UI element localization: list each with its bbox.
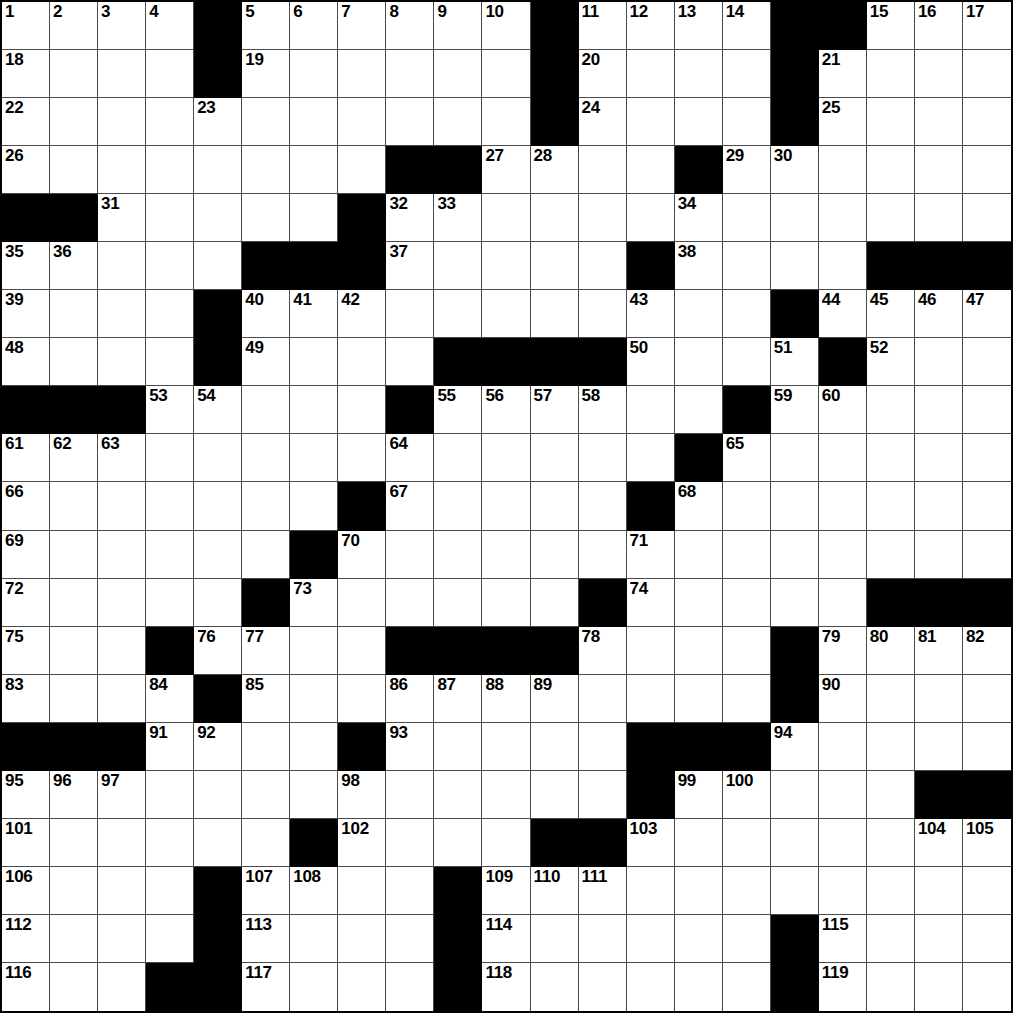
cell-r6c18[interactable] [819,242,867,290]
cell-r14c3[interactable] [98,627,146,675]
cell-r9c13[interactable]: 58 [579,386,627,434]
cell-r8c14[interactable]: 50 [627,338,675,386]
cell-r20c3[interactable] [98,915,146,963]
cell-r20c18[interactable]: 115 [819,915,867,963]
cell-r20c19[interactable] [867,915,915,963]
cell-r17c11[interactable] [482,771,530,819]
cell-r12c5[interactable] [194,531,242,579]
cell-r5c10[interactable]: 33 [434,194,482,242]
cell-r4c21[interactable] [963,146,1011,194]
cell-r9c8[interactable] [338,386,386,434]
cell-r11c7[interactable] [290,482,338,530]
cell-r11c21[interactable] [963,482,1011,530]
cell-r5c9[interactable]: 32 [386,194,434,242]
cell-r16c21[interactable] [963,723,1011,771]
cell-r11c2[interactable] [50,482,98,530]
cell-r14c14[interactable] [627,627,675,675]
cell-r15c7[interactable] [290,675,338,723]
cell-r5c6[interactable] [242,194,290,242]
cell-r19c2[interactable] [50,867,98,915]
cell-r1c7[interactable]: 6 [290,2,338,50]
cell-r10c4[interactable] [146,434,194,482]
cell-r20c15[interactable] [675,915,723,963]
cell-r15c10[interactable]: 87 [434,675,482,723]
cell-r8c7[interactable] [290,338,338,386]
cell-r1c21[interactable]: 17 [963,2,1011,50]
cell-r11c10[interactable] [434,482,482,530]
cell-r21c13[interactable] [579,963,627,1011]
cell-r20c1[interactable]: 112 [2,915,50,963]
cell-r12c21[interactable] [963,531,1011,579]
cell-r18c15[interactable] [675,819,723,867]
cell-r19c6[interactable]: 107 [242,867,290,915]
cell-r12c13[interactable] [579,531,627,579]
cell-r7c2[interactable] [50,290,98,338]
cell-r17c12[interactable] [531,771,579,819]
cell-r14c19[interactable]: 80 [867,627,915,675]
cell-r13c7[interactable]: 73 [290,579,338,627]
cell-r3c15[interactable] [675,98,723,146]
cell-r11c4[interactable] [146,482,194,530]
cell-r3c8[interactable] [338,98,386,146]
cell-r6c12[interactable] [531,242,579,290]
cell-r18c11[interactable] [482,819,530,867]
cell-r2c13[interactable]: 20 [579,50,627,98]
cell-r21c12[interactable] [531,963,579,1011]
cell-r2c14[interactable] [627,50,675,98]
cell-r7c21[interactable]: 47 [963,290,1011,338]
cell-r2c2[interactable] [50,50,98,98]
cell-r5c12[interactable] [531,194,579,242]
cell-r8c17[interactable]: 51 [771,338,819,386]
cell-r9c4[interactable]: 53 [146,386,194,434]
cell-r11c13[interactable] [579,482,627,530]
cell-r21c16[interactable] [723,963,771,1011]
cell-r20c14[interactable] [627,915,675,963]
cell-r16c17[interactable]: 94 [771,723,819,771]
cell-r5c11[interactable] [482,194,530,242]
cell-r5c18[interactable] [819,194,867,242]
cell-r16c7[interactable] [290,723,338,771]
cell-r4c14[interactable] [627,146,675,194]
cell-r10c6[interactable] [242,434,290,482]
cell-r7c19[interactable]: 45 [867,290,915,338]
cell-r7c10[interactable] [434,290,482,338]
cell-r10c21[interactable] [963,434,1011,482]
cell-r3c13[interactable]: 24 [579,98,627,146]
cell-r4c7[interactable] [290,146,338,194]
cell-r2c15[interactable] [675,50,723,98]
cell-r13c18[interactable] [819,579,867,627]
cell-r4c13[interactable] [579,146,627,194]
cell-r11c16[interactable] [723,482,771,530]
cell-r12c18[interactable] [819,531,867,579]
cell-r15c18[interactable]: 90 [819,675,867,723]
cell-r6c1[interactable]: 35 [2,242,50,290]
cell-r14c7[interactable] [290,627,338,675]
cell-r17c15[interactable]: 99 [675,771,723,819]
cell-r4c17[interactable]: 30 [771,146,819,194]
cell-r6c2[interactable]: 36 [50,242,98,290]
cell-r9c20[interactable] [915,386,963,434]
cell-r2c20[interactable] [915,50,963,98]
cell-r5c16[interactable] [723,194,771,242]
cell-r11c1[interactable]: 66 [2,482,50,530]
cell-r7c4[interactable] [146,290,194,338]
cell-r2c7[interactable] [290,50,338,98]
cell-r4c19[interactable] [867,146,915,194]
cell-r18c8[interactable]: 102 [338,819,386,867]
cell-r10c12[interactable] [531,434,579,482]
cell-r10c14[interactable] [627,434,675,482]
cell-r15c9[interactable]: 86 [386,675,434,723]
cell-r19c19[interactable] [867,867,915,915]
cell-r1c19[interactable]: 15 [867,2,915,50]
cell-r19c8[interactable] [338,867,386,915]
cell-r5c7[interactable] [290,194,338,242]
cell-r17c9[interactable] [386,771,434,819]
cell-r18c9[interactable] [386,819,434,867]
cell-r1c3[interactable]: 3 [98,2,146,50]
cell-r15c8[interactable] [338,675,386,723]
cell-r12c19[interactable] [867,531,915,579]
cell-r16c20[interactable] [915,723,963,771]
cell-r21c7[interactable] [290,963,338,1011]
cell-r1c15[interactable]: 13 [675,2,723,50]
cell-r18c18[interactable] [819,819,867,867]
cell-r16c9[interactable]: 93 [386,723,434,771]
cell-r11c12[interactable] [531,482,579,530]
cell-r1c9[interactable]: 8 [386,2,434,50]
cell-r6c11[interactable] [482,242,530,290]
cell-r20c6[interactable]: 113 [242,915,290,963]
cell-r10c19[interactable] [867,434,915,482]
cell-r1c1[interactable]: 1 [2,2,50,50]
cell-r10c2[interactable]: 62 [50,434,98,482]
cell-r10c10[interactable] [434,434,482,482]
cell-r1c14[interactable]: 12 [627,2,675,50]
cell-r7c18[interactable]: 44 [819,290,867,338]
cell-r10c11[interactable] [482,434,530,482]
cell-r16c4[interactable]: 91 [146,723,194,771]
cell-r5c15[interactable]: 34 [675,194,723,242]
cell-r21c1[interactable]: 116 [2,963,50,1011]
cell-r3c7[interactable] [290,98,338,146]
cell-r13c16[interactable] [723,579,771,627]
cell-r12c14[interactable]: 71 [627,531,675,579]
cell-r6c13[interactable] [579,242,627,290]
cell-r10c16[interactable]: 65 [723,434,771,482]
cell-r8c9[interactable] [386,338,434,386]
cell-r12c15[interactable] [675,531,723,579]
cell-r13c12[interactable] [531,579,579,627]
cell-r2c16[interactable] [723,50,771,98]
cell-r9c15[interactable] [675,386,723,434]
cell-r9c21[interactable] [963,386,1011,434]
cell-r17c1[interactable]: 95 [2,771,50,819]
cell-r20c8[interactable] [338,915,386,963]
cell-r20c7[interactable] [290,915,338,963]
cell-r3c9[interactable] [386,98,434,146]
cell-r15c21[interactable] [963,675,1011,723]
cell-r3c1[interactable]: 22 [2,98,50,146]
cell-r1c8[interactable]: 7 [338,2,386,50]
cell-r1c13[interactable]: 11 [579,2,627,50]
cell-r19c21[interactable] [963,867,1011,915]
cell-r15c3[interactable] [98,675,146,723]
cell-r9c18[interactable]: 60 [819,386,867,434]
cell-r8c2[interactable] [50,338,98,386]
cell-r19c12[interactable]: 110 [531,867,579,915]
cell-r2c3[interactable] [98,50,146,98]
cell-r5c19[interactable] [867,194,915,242]
cell-r6c3[interactable] [98,242,146,290]
cell-r8c8[interactable] [338,338,386,386]
cell-r8c6[interactable]: 49 [242,338,290,386]
cell-r16c18[interactable] [819,723,867,771]
cell-r3c21[interactable] [963,98,1011,146]
cell-r9c17[interactable]: 59 [771,386,819,434]
cell-r1c11[interactable]: 10 [482,2,530,50]
cell-r9c12[interactable]: 57 [531,386,579,434]
cell-r21c8[interactable] [338,963,386,1011]
cell-r16c6[interactable] [242,723,290,771]
cell-r17c3[interactable]: 97 [98,771,146,819]
cell-r14c15[interactable] [675,627,723,675]
cell-r10c20[interactable] [915,434,963,482]
cell-r5c20[interactable] [915,194,963,242]
cell-r11c3[interactable] [98,482,146,530]
cell-r11c15[interactable]: 68 [675,482,723,530]
cell-r3c18[interactable]: 25 [819,98,867,146]
cell-r2c8[interactable] [338,50,386,98]
cell-r13c5[interactable] [194,579,242,627]
cell-r7c16[interactable] [723,290,771,338]
cell-r11c18[interactable] [819,482,867,530]
cell-r11c5[interactable] [194,482,242,530]
cell-r9c14[interactable] [627,386,675,434]
cell-r3c16[interactable] [723,98,771,146]
cell-r21c20[interactable] [915,963,963,1011]
cell-r10c17[interactable] [771,434,819,482]
cell-r12c10[interactable] [434,531,482,579]
cell-r16c5[interactable]: 92 [194,723,242,771]
cell-r8c4[interactable] [146,338,194,386]
cell-r3c19[interactable] [867,98,915,146]
cell-r4c11[interactable]: 27 [482,146,530,194]
cell-r10c1[interactable]: 61 [2,434,50,482]
cell-r7c1[interactable]: 39 [2,290,50,338]
cell-r5c14[interactable] [627,194,675,242]
cell-r3c20[interactable] [915,98,963,146]
cell-r19c18[interactable] [819,867,867,915]
cell-r3c2[interactable] [50,98,98,146]
cell-r10c8[interactable] [338,434,386,482]
cell-r2c1[interactable]: 18 [2,50,50,98]
cell-r18c21[interactable]: 105 [963,819,1011,867]
cell-r13c3[interactable] [98,579,146,627]
cell-r18c2[interactable] [50,819,98,867]
cell-r8c15[interactable] [675,338,723,386]
cell-r7c3[interactable] [98,290,146,338]
cell-r13c15[interactable] [675,579,723,627]
cell-r2c18[interactable]: 21 [819,50,867,98]
cell-r4c1[interactable]: 26 [2,146,50,194]
cell-r12c9[interactable] [386,531,434,579]
cell-r12c11[interactable] [482,531,530,579]
cell-r1c4[interactable]: 4 [146,2,194,50]
cell-r12c8[interactable]: 70 [338,531,386,579]
cell-r4c8[interactable] [338,146,386,194]
cell-r15c13[interactable] [579,675,627,723]
cell-r21c14[interactable] [627,963,675,1011]
cell-r10c13[interactable] [579,434,627,482]
cell-r20c13[interactable] [579,915,627,963]
cell-r3c11[interactable] [482,98,530,146]
cell-r18c14[interactable]: 103 [627,819,675,867]
cell-r11c9[interactable]: 67 [386,482,434,530]
cell-r10c18[interactable] [819,434,867,482]
cell-r15c16[interactable] [723,675,771,723]
cell-r12c17[interactable] [771,531,819,579]
cell-r5c21[interactable] [963,194,1011,242]
cell-r16c12[interactable] [531,723,579,771]
cell-r18c19[interactable] [867,819,915,867]
cell-r18c20[interactable]: 104 [915,819,963,867]
cell-r6c9[interactable]: 37 [386,242,434,290]
cell-r8c3[interactable] [98,338,146,386]
cell-r5c4[interactable] [146,194,194,242]
cell-r6c10[interactable] [434,242,482,290]
cell-r2c11[interactable] [482,50,530,98]
cell-r21c18[interactable]: 119 [819,963,867,1011]
cell-r12c1[interactable]: 69 [2,531,50,579]
cell-r18c1[interactable]: 101 [2,819,50,867]
cell-r21c11[interactable]: 118 [482,963,530,1011]
cell-r17c18[interactable] [819,771,867,819]
cell-r20c11[interactable]: 114 [482,915,530,963]
cell-r4c12[interactable]: 28 [531,146,579,194]
cell-r6c5[interactable] [194,242,242,290]
cell-r9c5[interactable]: 54 [194,386,242,434]
cell-r18c10[interactable] [434,819,482,867]
cell-r18c17[interactable] [771,819,819,867]
cell-r4c4[interactable] [146,146,194,194]
cell-r19c20[interactable] [915,867,963,915]
cell-r13c2[interactable] [50,579,98,627]
cell-r15c20[interactable] [915,675,963,723]
cell-r8c1[interactable]: 48 [2,338,50,386]
cell-r15c19[interactable] [867,675,915,723]
cell-r7c7[interactable]: 41 [290,290,338,338]
cell-r19c9[interactable] [386,867,434,915]
cell-r7c20[interactable]: 46 [915,290,963,338]
cell-r6c4[interactable] [146,242,194,290]
cell-r13c10[interactable] [434,579,482,627]
cell-r3c6[interactable] [242,98,290,146]
cell-r1c2[interactable]: 2 [50,2,98,50]
cell-r5c17[interactable] [771,194,819,242]
cell-r21c2[interactable] [50,963,98,1011]
cell-r18c5[interactable] [194,819,242,867]
cell-r18c16[interactable] [723,819,771,867]
cell-r7c8[interactable]: 42 [338,290,386,338]
cell-r18c4[interactable] [146,819,194,867]
cell-r3c14[interactable] [627,98,675,146]
cell-r13c9[interactable] [386,579,434,627]
cell-r19c16[interactable] [723,867,771,915]
cell-r16c10[interactable] [434,723,482,771]
cell-r18c6[interactable] [242,819,290,867]
cell-r13c8[interactable] [338,579,386,627]
cell-r15c12[interactable]: 89 [531,675,579,723]
cell-r1c6[interactable]: 5 [242,2,290,50]
cell-r17c4[interactable] [146,771,194,819]
cell-r4c6[interactable] [242,146,290,194]
cell-r19c17[interactable] [771,867,819,915]
cell-r5c3[interactable]: 31 [98,194,146,242]
cell-r13c11[interactable] [482,579,530,627]
cell-r14c8[interactable] [338,627,386,675]
cell-r7c6[interactable]: 40 [242,290,290,338]
cell-r11c20[interactable] [915,482,963,530]
cell-r15c11[interactable]: 88 [482,675,530,723]
cell-r8c16[interactable] [723,338,771,386]
cell-r17c19[interactable] [867,771,915,819]
cell-r17c16[interactable]: 100 [723,771,771,819]
cell-r3c5[interactable]: 23 [194,98,242,146]
cell-r12c4[interactable] [146,531,194,579]
cell-r5c5[interactable] [194,194,242,242]
cell-r2c19[interactable] [867,50,915,98]
cell-r4c20[interactable] [915,146,963,194]
cell-r2c10[interactable] [434,50,482,98]
cell-r21c19[interactable] [867,963,915,1011]
cell-r17c8[interactable]: 98 [338,771,386,819]
cell-r17c6[interactable] [242,771,290,819]
cell-r14c16[interactable] [723,627,771,675]
cell-r21c9[interactable] [386,963,434,1011]
cell-r15c2[interactable] [50,675,98,723]
cell-r10c7[interactable] [290,434,338,482]
cell-r19c4[interactable] [146,867,194,915]
cell-r11c11[interactable] [482,482,530,530]
cell-r11c19[interactable] [867,482,915,530]
cell-r7c12[interactable] [531,290,579,338]
cell-r9c19[interactable] [867,386,915,434]
cell-r10c5[interactable] [194,434,242,482]
cell-r2c4[interactable] [146,50,194,98]
cell-r6c16[interactable] [723,242,771,290]
cell-r4c18[interactable] [819,146,867,194]
cell-r19c14[interactable] [627,867,675,915]
cell-r15c1[interactable]: 83 [2,675,50,723]
cell-r13c1[interactable]: 72 [2,579,50,627]
cell-r13c17[interactable] [771,579,819,627]
cell-r18c3[interactable] [98,819,146,867]
cell-r12c16[interactable] [723,531,771,579]
cell-r20c20[interactable] [915,915,963,963]
cell-r19c7[interactable]: 108 [290,867,338,915]
cell-r15c15[interactable] [675,675,723,723]
cell-r2c6[interactable]: 19 [242,50,290,98]
cell-r20c9[interactable] [386,915,434,963]
cell-r17c10[interactable] [434,771,482,819]
cell-r1c10[interactable]: 9 [434,2,482,50]
cell-r14c5[interactable]: 76 [194,627,242,675]
cell-r14c20[interactable]: 81 [915,627,963,675]
cell-r6c15[interactable]: 38 [675,242,723,290]
